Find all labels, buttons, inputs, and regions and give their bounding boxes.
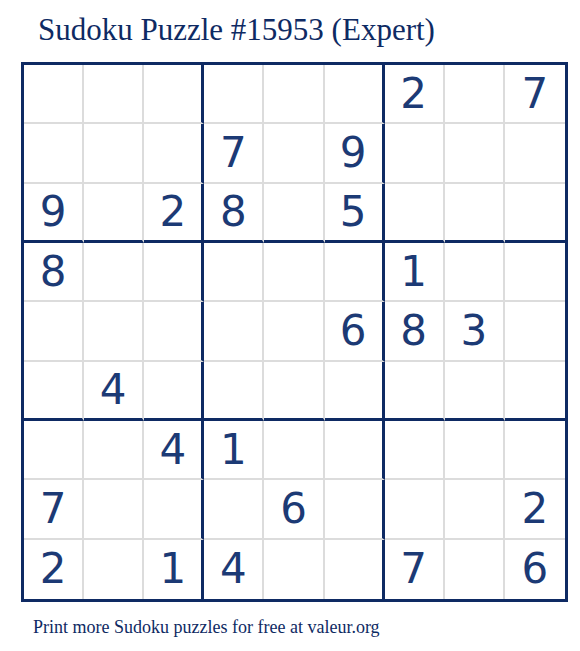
cell-r7c3[interactable]: 4 (144, 421, 204, 480)
cell-r1c6[interactable] (325, 65, 385, 124)
sudoku-board: 277992858168344176221476 (21, 62, 568, 602)
cell-r8c9[interactable]: 2 (505, 480, 565, 539)
cell-r4c5[interactable] (264, 243, 324, 302)
cell-r2c1[interactable] (24, 124, 84, 183)
cell-r8c1[interactable]: 7 (24, 480, 84, 539)
cell-r4c3[interactable] (144, 243, 204, 302)
cell-r1c3[interactable] (144, 65, 204, 124)
cell-r7c1[interactable] (24, 421, 84, 480)
cell-r9c1[interactable]: 2 (24, 540, 84, 599)
cell-r5c1[interactable] (24, 302, 84, 361)
cell-r6c9[interactable] (505, 362, 565, 421)
cell-r8c7[interactable] (385, 480, 445, 539)
cell-r4c9[interactable] (505, 243, 565, 302)
cell-r8c2[interactable] (84, 480, 144, 539)
cell-r2c2[interactable] (84, 124, 144, 183)
cell-r7c7[interactable] (385, 421, 445, 480)
cell-r3c7[interactable] (385, 184, 445, 243)
cell-r2c6[interactable]: 9 (325, 124, 385, 183)
cell-r2c8[interactable] (445, 124, 505, 183)
cell-r9c3[interactable]: 1 (144, 540, 204, 599)
cell-r4c6[interactable] (325, 243, 385, 302)
cell-r1c5[interactable] (264, 65, 324, 124)
cell-r5c4[interactable] (204, 302, 264, 361)
cell-r3c3[interactable]: 2 (144, 184, 204, 243)
cell-r2c7[interactable] (385, 124, 445, 183)
cell-r7c4[interactable]: 1 (204, 421, 264, 480)
cell-r5c9[interactable] (505, 302, 565, 361)
cell-r4c2[interactable] (84, 243, 144, 302)
cell-r3c6[interactable]: 5 (325, 184, 385, 243)
cell-r9c4[interactable]: 4 (204, 540, 264, 599)
cell-r2c9[interactable] (505, 124, 565, 183)
cell-r7c5[interactable] (264, 421, 324, 480)
cell-r6c5[interactable] (264, 362, 324, 421)
cell-r5c3[interactable] (144, 302, 204, 361)
cell-r4c8[interactable] (445, 243, 505, 302)
cell-r8c5[interactable]: 6 (264, 480, 324, 539)
cell-r6c8[interactable] (445, 362, 505, 421)
cell-r1c4[interactable] (204, 65, 264, 124)
cell-r9c9[interactable]: 6 (505, 540, 565, 599)
page-title: Sudoku Puzzle #15953 (Expert) (38, 10, 435, 50)
cell-r5c6[interactable]: 6 (325, 302, 385, 361)
cell-r8c4[interactable] (204, 480, 264, 539)
cell-r7c2[interactable] (84, 421, 144, 480)
cell-r2c3[interactable] (144, 124, 204, 183)
cell-r6c6[interactable] (325, 362, 385, 421)
cell-r1c2[interactable] (84, 65, 144, 124)
cell-r4c1[interactable]: 8 (24, 243, 84, 302)
cell-r1c7[interactable]: 2 (385, 65, 445, 124)
cell-r9c8[interactable] (445, 540, 505, 599)
cell-r1c1[interactable] (24, 65, 84, 124)
cell-r7c9[interactable] (505, 421, 565, 480)
cell-r9c7[interactable]: 7 (385, 540, 445, 599)
cell-r2c5[interactable] (264, 124, 324, 183)
cell-r8c8[interactable] (445, 480, 505, 539)
cell-r3c4[interactable]: 8 (204, 184, 264, 243)
cell-r8c6[interactable] (325, 480, 385, 539)
cell-r9c2[interactable] (84, 540, 144, 599)
cell-r3c9[interactable] (505, 184, 565, 243)
cell-r9c5[interactable] (264, 540, 324, 599)
cell-r6c2[interactable]: 4 (84, 362, 144, 421)
cell-r6c3[interactable] (144, 362, 204, 421)
cell-r5c5[interactable] (264, 302, 324, 361)
cell-r1c9[interactable]: 7 (505, 65, 565, 124)
cell-r4c4[interactable] (204, 243, 264, 302)
cell-r3c5[interactable] (264, 184, 324, 243)
cell-r1c8[interactable] (445, 65, 505, 124)
cell-r7c6[interactable] (325, 421, 385, 480)
cell-r9c6[interactable] (325, 540, 385, 599)
cell-r3c2[interactable] (84, 184, 144, 243)
cell-r5c7[interactable]: 8 (385, 302, 445, 361)
cell-r2c4[interactable]: 7 (204, 124, 264, 183)
cell-r3c8[interactable] (445, 184, 505, 243)
cell-r5c8[interactable]: 3 (445, 302, 505, 361)
cell-r6c7[interactable] (385, 362, 445, 421)
cell-r8c3[interactable] (144, 480, 204, 539)
cell-r3c1[interactable]: 9 (24, 184, 84, 243)
sudoku-page: Sudoku Puzzle #15953 (Expert) 2779928581… (0, 0, 580, 651)
cell-r7c8[interactable] (445, 421, 505, 480)
footer-text: Print more Sudoku puzzles for free at va… (33, 614, 380, 640)
cell-r6c1[interactable] (24, 362, 84, 421)
cell-r4c7[interactable]: 1 (385, 243, 445, 302)
cell-r5c2[interactable] (84, 302, 144, 361)
cell-r6c4[interactable] (204, 362, 264, 421)
